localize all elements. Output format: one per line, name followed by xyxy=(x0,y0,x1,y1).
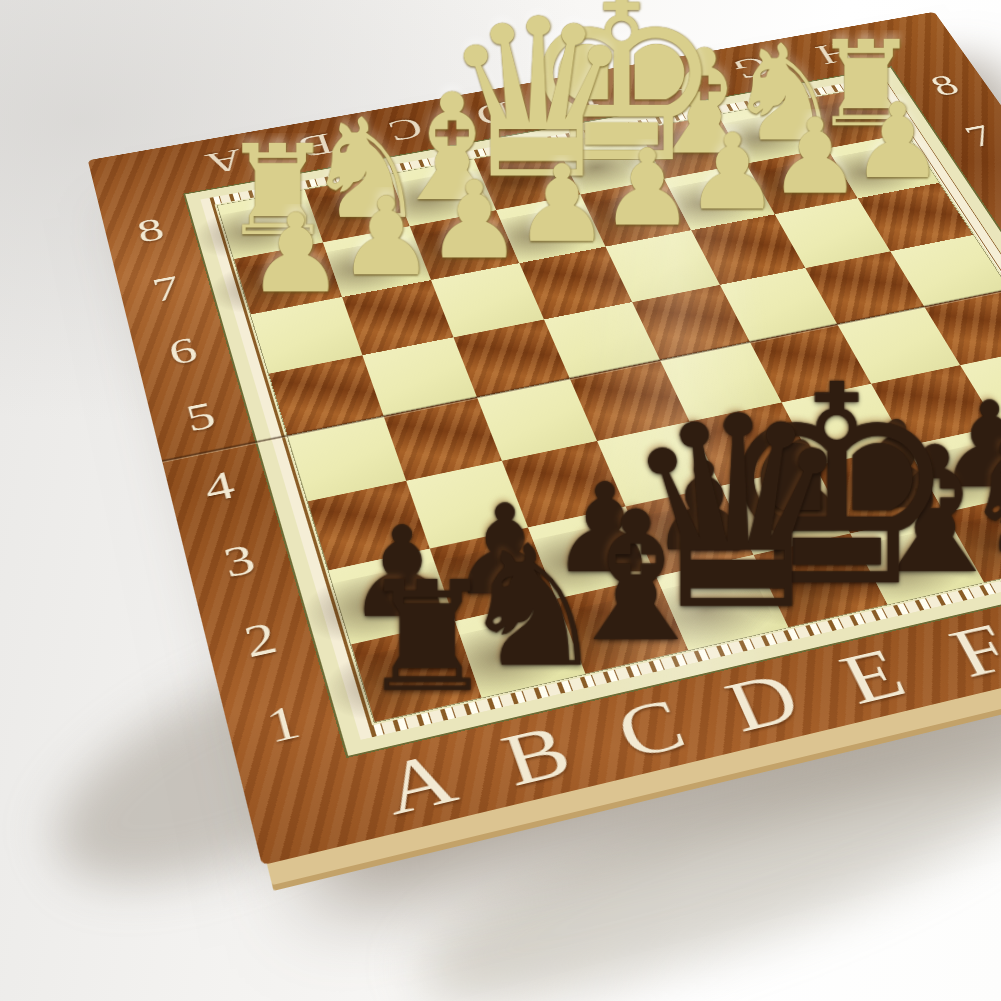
light-pawn-c7[interactable]: ♟ xyxy=(426,171,522,270)
light-pawn-h7[interactable]: ♟ xyxy=(851,94,944,189)
light-pawn-a7[interactable]: ♟ xyxy=(247,204,345,304)
chess-photo-scene: 87654321 87654321 ABCDEFGH ABCDEFGH ♜♞♝♛… xyxy=(0,0,1001,1001)
square-a6[interactable] xyxy=(251,297,362,373)
light-pawn-g7[interactable]: ♟ xyxy=(769,109,862,205)
light-pawn-d7[interactable]: ♟ xyxy=(514,155,610,253)
square-a1[interactable]: ♜ xyxy=(351,621,481,722)
square-a7[interactable]: ♟ xyxy=(234,242,342,314)
light-pawn-b7[interactable]: ♟ xyxy=(337,187,434,287)
dark-rook-a1[interactable]: ♜ xyxy=(359,567,496,707)
light-pawn-e7[interactable]: ♟ xyxy=(600,140,695,237)
light-pawn-f7[interactable]: ♟ xyxy=(685,124,779,221)
board-grid: ♜♞♝♛♚♝♞♜♟♟♟♟♟♟♟♟♟♟♟♟♟♟♟♟♜♞♝♛♚♝♞♜ xyxy=(218,86,1001,722)
